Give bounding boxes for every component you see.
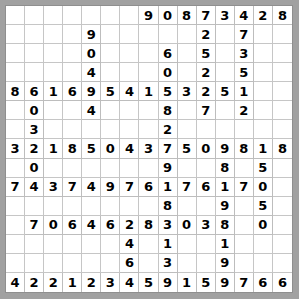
cell-r10c1: 7 [6,178,25,197]
cell-r15c9: 9 [159,273,178,292]
cell-r2c15 [273,25,292,44]
cell-r14c7: 6 [120,254,139,273]
cell-r13c14 [254,235,273,254]
cell-r14c3 [44,254,63,273]
cell-r14c10 [178,254,197,273]
cell-r1c10: 8 [178,6,197,25]
cell-r14c15 [273,254,292,273]
cell-r11c2 [25,197,44,216]
cell-r5c1: 8 [6,82,25,101]
cell-r6c9: 8 [159,101,178,120]
cell-r10c13: 7 [235,178,254,197]
cell-r13c13 [235,235,254,254]
cell-r4c5: 4 [82,63,101,82]
cell-r5c15 [273,82,292,101]
cell-r7c15 [273,120,292,139]
cell-r5c8: 1 [139,82,158,101]
cell-r4c15 [273,63,292,82]
cell-r8c10: 5 [178,139,197,158]
cell-r11c8 [139,197,158,216]
cell-r2c4 [63,25,82,44]
cell-r1c9: 0 [159,6,178,25]
cell-r10c12: 1 [216,178,235,197]
cell-r10c6: 9 [101,178,120,197]
cell-r14c11 [197,254,216,273]
cell-r11c5 [82,197,101,216]
cell-r8c13: 8 [235,139,254,158]
cell-r12c4: 6 [63,216,82,235]
cell-r3c10 [178,44,197,63]
cell-r13c10 [178,235,197,254]
cell-r14c2 [25,254,44,273]
cell-r13c8 [139,235,158,254]
cell-r4c7 [120,63,139,82]
cell-r15c1: 4 [6,273,25,292]
cell-r4c6 [101,63,120,82]
cell-r10c9: 1 [159,178,178,197]
puzzle-board: 9087342892706534025861695415325104872323… [0,0,299,299]
cell-r2c1 [6,25,25,44]
cell-r6c2: 0 [25,101,44,120]
cell-r7c5 [82,120,101,139]
cell-r3c9: 6 [159,44,178,63]
cell-r13c3 [44,235,63,254]
cell-r7c8 [139,120,158,139]
cell-r6c8 [139,101,158,120]
cell-r9c10 [178,159,197,178]
cell-r10c4: 7 [63,178,82,197]
cell-r10c15 [273,178,292,197]
fill-in-grid: 9087342892706534025861695415325104872323… [5,5,293,293]
cell-r8c7: 4 [120,139,139,158]
cell-r6c11: 7 [197,101,216,120]
cell-r2c3 [44,25,63,44]
cell-r2c6 [101,25,120,44]
cell-r12c7: 2 [120,216,139,235]
cell-r2c7 [120,25,139,44]
cell-r11c10 [178,197,197,216]
cell-r3c1 [6,44,25,63]
cell-r9c6 [101,159,120,178]
cell-r7c9: 2 [159,120,178,139]
cell-r4c9: 0 [159,63,178,82]
cell-r4c8 [139,63,158,82]
cell-r12c8: 8 [139,216,158,235]
cell-r5c12: 5 [216,82,235,101]
cell-r8c5: 5 [82,139,101,158]
cell-r12c11: 3 [197,216,216,235]
cell-r13c4 [63,235,82,254]
cell-r9c14: 5 [254,159,273,178]
cell-r9c8 [139,159,158,178]
cell-r6c4 [63,101,82,120]
cell-r8c3: 1 [44,139,63,158]
cell-r6c10 [178,101,197,120]
cell-r3c7 [120,44,139,63]
cell-r11c9: 8 [159,197,178,216]
cell-r3c3 [44,44,63,63]
cell-r2c10 [178,25,197,44]
cell-r9c1 [6,159,25,178]
cell-r12c5: 4 [82,216,101,235]
cell-r11c14: 5 [254,197,273,216]
cell-r5c3: 1 [44,82,63,101]
cell-r14c13 [235,254,254,273]
cell-r5c7: 4 [120,82,139,101]
cell-r6c12 [216,101,235,120]
cell-r1c14: 2 [254,6,273,25]
cell-r12c1 [6,216,25,235]
cell-r7c13 [235,120,254,139]
cell-r5c13: 1 [235,82,254,101]
cell-r1c5 [82,6,101,25]
cell-r1c3 [44,6,63,25]
cell-r10c3: 3 [44,178,63,197]
cell-r13c15 [273,235,292,254]
cell-r5c10: 3 [178,82,197,101]
cell-r15c15: 6 [273,273,292,292]
cell-r9c15 [273,159,292,178]
cell-r15c7: 4 [120,273,139,292]
cell-r13c5 [82,235,101,254]
cell-r2c8 [139,25,158,44]
cell-r8c15: 8 [273,139,292,158]
cell-r4c2 [25,63,44,82]
cell-r12c6: 6 [101,216,120,235]
cell-r15c3: 2 [44,273,63,292]
cell-r14c8 [139,254,158,273]
cell-r13c1 [6,235,25,254]
cell-r11c13 [235,197,254,216]
cell-r1c13: 4 [235,6,254,25]
cell-r8c14: 1 [254,139,273,158]
cell-r5c4: 6 [63,82,82,101]
cell-r13c11 [197,235,216,254]
cell-r4c14 [254,63,273,82]
cell-r14c9: 3 [159,254,178,273]
cell-r1c4 [63,6,82,25]
cell-r9c9: 9 [159,159,178,178]
cell-r13c12: 1 [216,235,235,254]
cell-r11c11 [197,197,216,216]
cell-r14c12: 9 [216,254,235,273]
cell-r12c9: 3 [159,216,178,235]
cell-r14c14 [254,254,273,273]
cell-r7c3 [44,120,63,139]
cell-r15c14: 6 [254,273,273,292]
cell-r1c1 [6,6,25,25]
cell-r4c10 [178,63,197,82]
cell-r9c4 [63,159,82,178]
cell-r6c6 [101,101,120,120]
cell-r11c4 [63,197,82,216]
cell-r8c2: 2 [25,139,44,158]
cell-r1c8: 9 [139,6,158,25]
cell-r11c7 [120,197,139,216]
cell-r7c10 [178,120,197,139]
cell-r13c6 [101,235,120,254]
cell-r7c4 [63,120,82,139]
cell-r13c2 [25,235,44,254]
cell-r12c14: 0 [254,216,273,235]
cell-r7c12 [216,120,235,139]
cell-r6c14 [254,101,273,120]
cell-r7c14 [254,120,273,139]
cell-r5c6: 5 [101,82,120,101]
cell-r11c15 [273,197,292,216]
cell-r8c6: 0 [101,139,120,158]
cell-r12c15 [273,216,292,235]
cell-r5c11: 2 [197,82,216,101]
cell-r10c8: 6 [139,178,158,197]
cell-r3c11: 5 [197,44,216,63]
cell-r2c13: 7 [235,25,254,44]
cell-r10c10: 7 [178,178,197,197]
cell-r3c15 [273,44,292,63]
cell-r2c2 [25,25,44,44]
cell-r3c5: 0 [82,44,101,63]
cell-r9c11 [197,159,216,178]
cell-r6c15 [273,101,292,120]
cell-r14c5 [82,254,101,273]
cell-r1c11: 7 [197,6,216,25]
cell-r9c3 [44,159,63,178]
cell-r3c13: 3 [235,44,254,63]
cell-r3c14 [254,44,273,63]
cell-r11c1 [6,197,25,216]
cell-r10c14: 0 [254,178,273,197]
cell-r10c7: 7 [120,178,139,197]
cell-r5c9: 5 [159,82,178,101]
cell-r4c4 [63,63,82,82]
cell-r13c7: 4 [120,235,139,254]
cell-r2c12 [216,25,235,44]
cell-r1c6 [101,6,120,25]
cell-r2c14 [254,25,273,44]
cell-r10c11: 6 [197,178,216,197]
cell-r7c1 [6,120,25,139]
cell-r2c9 [159,25,178,44]
cell-r1c7 [120,6,139,25]
cell-r3c4 [63,44,82,63]
cell-r14c1 [6,254,25,273]
cell-r4c12 [216,63,235,82]
cell-r15c4: 1 [63,273,82,292]
cell-r15c10: 1 [178,273,197,292]
cell-r3c12 [216,44,235,63]
cell-r6c1 [6,101,25,120]
cell-r7c7 [120,120,139,139]
cell-r4c1 [6,63,25,82]
cell-r9c2: 0 [25,159,44,178]
cell-r12c13 [235,216,254,235]
cell-r14c4 [63,254,82,273]
cell-r11c3 [44,197,63,216]
cell-r3c8 [139,44,158,63]
cell-r3c2 [25,44,44,63]
cell-r7c2: 3 [25,120,44,139]
cell-r5c5: 9 [82,82,101,101]
cell-r7c11 [197,120,216,139]
cell-r13c9: 1 [159,235,178,254]
cell-r6c5: 4 [82,101,101,120]
cell-r8c11: 0 [197,139,216,158]
cell-r1c12: 3 [216,6,235,25]
cell-r2c11: 2 [197,25,216,44]
cell-r15c8: 5 [139,273,158,292]
cell-r12c10: 0 [178,216,197,235]
cell-r5c14 [254,82,273,101]
cell-r12c12: 8 [216,216,235,235]
cell-r8c8: 3 [139,139,158,158]
cell-r9c7 [120,159,139,178]
cell-r9c13 [235,159,254,178]
cell-r10c2: 4 [25,178,44,197]
cell-r15c2: 2 [25,273,44,292]
cell-r6c13: 2 [235,101,254,120]
cell-r14c6 [101,254,120,273]
cell-r9c5 [82,159,101,178]
cell-r12c2: 7 [25,216,44,235]
cell-r4c3 [44,63,63,82]
cell-r12c3: 0 [44,216,63,235]
cell-r6c7 [120,101,139,120]
cell-r8c9: 7 [159,139,178,158]
cell-r6c3 [44,101,63,120]
cell-r11c6 [101,197,120,216]
cell-r2c5: 9 [82,25,101,44]
cell-r10c5: 4 [82,178,101,197]
cell-r1c2 [25,6,44,25]
cell-r4c13: 5 [235,63,254,82]
cell-r4c11: 2 [197,63,216,82]
cell-r15c6: 3 [101,273,120,292]
cell-r3c6 [101,44,120,63]
cell-r8c12: 9 [216,139,235,158]
cell-r15c12: 9 [216,273,235,292]
cell-r15c5: 2 [82,273,101,292]
cell-r7c6 [101,120,120,139]
cell-r8c4: 8 [63,139,82,158]
cell-r9c12: 8 [216,159,235,178]
cell-r15c13: 7 [235,273,254,292]
cell-r11c12: 9 [216,197,235,216]
cell-r15c11: 5 [197,273,216,292]
cell-r1c15: 8 [273,6,292,25]
cell-r8c1: 3 [6,139,25,158]
cell-r5c2: 6 [25,82,44,101]
